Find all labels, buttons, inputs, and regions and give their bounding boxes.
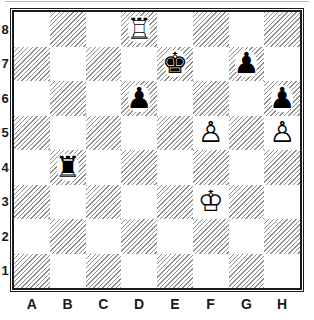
square-f4[interactable] — [193, 150, 229, 185]
square-d3[interactable] — [121, 185, 157, 220]
square-d7[interactable] — [121, 47, 157, 82]
square-e4[interactable] — [157, 150, 193, 185]
square-e7[interactable]: ♚ — [157, 47, 193, 82]
rank-label-4: 4 — [0, 150, 10, 185]
square-a5[interactable] — [14, 116, 50, 151]
rank-label-6: 6 — [0, 81, 10, 116]
piece-white-rook-d8[interactable]: ♖ — [126, 15, 152, 44]
file-label-F: F — [193, 293, 229, 315]
square-a4[interactable] — [14, 150, 50, 185]
square-h7[interactable] — [264, 47, 300, 82]
square-d1[interactable] — [121, 254, 157, 289]
square-a1[interactable] — [14, 254, 50, 289]
square-c4[interactable] — [86, 150, 122, 185]
square-b1[interactable] — [50, 254, 86, 289]
rank-label-2: 2 — [0, 219, 10, 254]
square-g1[interactable] — [229, 254, 265, 289]
piece-white-pawn-f5[interactable]: ♙ — [198, 118, 224, 147]
square-e3[interactable] — [157, 185, 193, 220]
rank-label-8: 8 — [0, 12, 10, 47]
square-d6[interactable]: ♟ — [121, 81, 157, 116]
chess-diagram: 87654321 ♖♚♟♟♟♙♙♜♔ ABCDEFGH — [0, 0, 314, 320]
file-label-A: A — [14, 293, 50, 315]
page-edge-line — [5, 1, 309, 2]
rank-label-7: 7 — [0, 47, 10, 82]
square-f8[interactable] — [193, 12, 229, 47]
piece-white-king-f3[interactable]: ♔ — [198, 187, 224, 216]
square-e8[interactable] — [157, 12, 193, 47]
file-label-B: B — [50, 293, 86, 315]
square-c8[interactable] — [86, 12, 122, 47]
square-b5[interactable] — [50, 116, 86, 151]
piece-black-king-e7[interactable]: ♚ — [162, 49, 188, 78]
rank-label-3: 3 — [0, 185, 10, 220]
file-label-E: E — [157, 293, 193, 315]
square-e2[interactable] — [157, 219, 193, 254]
square-b8[interactable] — [50, 12, 86, 47]
square-f1[interactable] — [193, 254, 229, 289]
square-f2[interactable] — [193, 219, 229, 254]
rank-label-5: 5 — [0, 116, 10, 151]
square-g4[interactable] — [229, 150, 265, 185]
square-c5[interactable] — [86, 116, 122, 151]
file-label-G: G — [229, 293, 265, 315]
file-label-H: H — [264, 293, 300, 315]
square-f5[interactable]: ♙ — [193, 116, 229, 151]
square-h2[interactable] — [264, 219, 300, 254]
square-c2[interactable] — [86, 219, 122, 254]
rank-label-1: 1 — [0, 254, 10, 289]
square-f6[interactable] — [193, 81, 229, 116]
square-d2[interactable] — [121, 219, 157, 254]
square-a6[interactable] — [14, 81, 50, 116]
square-b6[interactable] — [50, 81, 86, 116]
board: ♖♚♟♟♟♙♙♜♔ — [12, 10, 302, 290]
piece-black-pawn-d6[interactable]: ♟ — [126, 84, 152, 113]
piece-black-pawn-h6[interactable]: ♟ — [269, 84, 295, 113]
square-a8[interactable] — [14, 12, 50, 47]
file-label-C: C — [86, 293, 122, 315]
square-g5[interactable] — [229, 116, 265, 151]
square-b4[interactable]: ♜ — [50, 150, 86, 185]
square-g3[interactable] — [229, 185, 265, 220]
square-a3[interactable] — [14, 185, 50, 220]
square-c7[interactable] — [86, 47, 122, 82]
square-g8[interactable] — [229, 12, 265, 47]
square-g6[interactable] — [229, 81, 265, 116]
square-g2[interactable] — [229, 219, 265, 254]
square-e6[interactable] — [157, 81, 193, 116]
square-b3[interactable] — [50, 185, 86, 220]
square-h4[interactable] — [264, 150, 300, 185]
piece-black-rook-b4[interactable]: ♜ — [55, 153, 81, 182]
square-c3[interactable] — [86, 185, 122, 220]
square-a2[interactable] — [14, 219, 50, 254]
piece-white-pawn-h5[interactable]: ♙ — [269, 118, 295, 147]
square-d5[interactable] — [121, 116, 157, 151]
square-f7[interactable] — [193, 47, 229, 82]
square-h6[interactable]: ♟ — [264, 81, 300, 116]
square-g7[interactable]: ♟ — [229, 47, 265, 82]
square-h5[interactable]: ♙ — [264, 116, 300, 151]
square-h3[interactable] — [264, 185, 300, 220]
square-b7[interactable] — [50, 47, 86, 82]
square-h1[interactable] — [264, 254, 300, 289]
piece-black-pawn-g7[interactable]: ♟ — [233, 49, 259, 78]
square-h8[interactable] — [264, 12, 300, 47]
square-d8[interactable]: ♖ — [121, 12, 157, 47]
square-b2[interactable] — [50, 219, 86, 254]
file-label-D: D — [121, 293, 157, 315]
square-c1[interactable] — [86, 254, 122, 289]
rank-labels: 87654321 — [0, 12, 10, 288]
board-frame: ♖♚♟♟♟♙♙♜♔ — [10, 8, 304, 292]
square-a7[interactable] — [14, 47, 50, 82]
square-e1[interactable] — [157, 254, 193, 289]
square-c6[interactable] — [86, 81, 122, 116]
square-f3[interactable]: ♔ — [193, 185, 229, 220]
square-e5[interactable] — [157, 116, 193, 151]
file-labels: ABCDEFGH — [14, 293, 300, 315]
square-d4[interactable] — [121, 150, 157, 185]
